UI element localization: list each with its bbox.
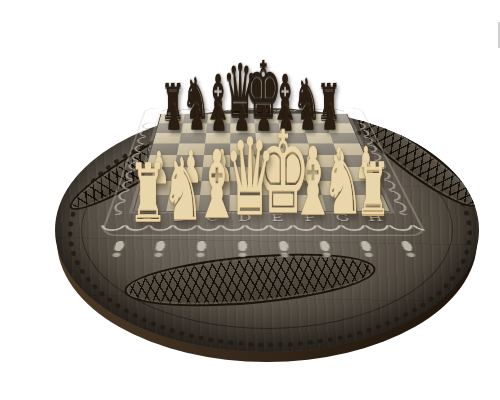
piece-white-knight-b1[interactable]: ♞ bbox=[162, 147, 203, 233]
piece-white-rook-a1[interactable]: ♜ bbox=[129, 153, 168, 234]
lace-pendant-engraving bbox=[95, 239, 434, 258]
piece-black-pawn-a7[interactable]: ♟ bbox=[166, 100, 182, 134]
piece-white-queen-d1[interactable]: ♛ bbox=[224, 124, 275, 231]
chess-photo-stage: ABCDEFGH ♜♞♝♛♚♝♞♜♟♟♟♟♟♟♟♟♟♟♟♟♟♟♟♟♜♞♝♛♚♝♞… bbox=[0, 0, 500, 400]
